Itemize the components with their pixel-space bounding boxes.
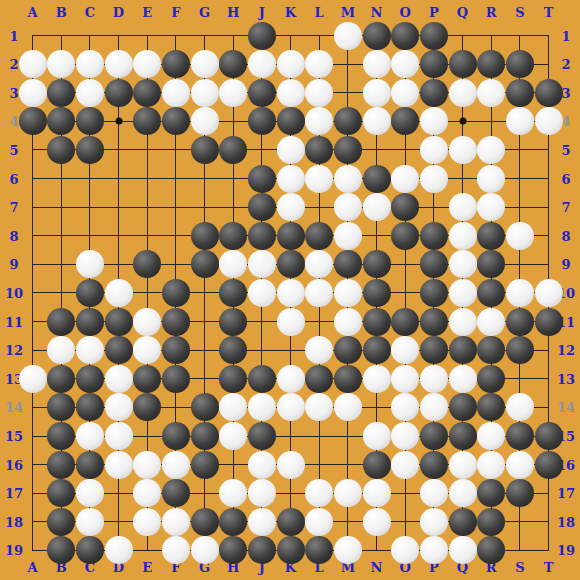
stone-black-J4[interactable] bbox=[248, 107, 276, 135]
stone-black-B18[interactable] bbox=[47, 508, 75, 536]
stone-white-O6[interactable] bbox=[391, 165, 419, 193]
stone-black-J3[interactable] bbox=[248, 79, 276, 107]
stone-white-M17[interactable] bbox=[334, 479, 362, 507]
stone-black-R10[interactable] bbox=[477, 279, 505, 307]
stone-black-O4[interactable] bbox=[391, 107, 419, 135]
stone-white-Q7[interactable] bbox=[449, 193, 477, 221]
stone-black-L5[interactable] bbox=[305, 136, 333, 164]
stone-black-K8[interactable] bbox=[277, 222, 305, 250]
stone-white-L17[interactable] bbox=[305, 479, 333, 507]
stone-white-C17[interactable] bbox=[76, 479, 104, 507]
stone-white-M19[interactable] bbox=[334, 536, 362, 564]
stone-black-P2[interactable] bbox=[420, 50, 448, 78]
stone-white-H9[interactable] bbox=[219, 250, 247, 278]
stone-white-Q17[interactable] bbox=[449, 479, 477, 507]
stone-black-P15[interactable] bbox=[420, 422, 448, 450]
column-label-top: P bbox=[429, 5, 439, 20]
stone-black-E13[interactable] bbox=[133, 365, 161, 393]
stone-black-B5[interactable] bbox=[47, 136, 75, 164]
stone-black-G8[interactable] bbox=[191, 222, 219, 250]
row-label-left: 10 bbox=[5, 285, 23, 300]
row-label-left: 12 bbox=[5, 343, 23, 358]
stone-black-M9[interactable] bbox=[334, 250, 362, 278]
stone-black-R19[interactable] bbox=[477, 536, 505, 564]
stone-black-H12[interactable] bbox=[219, 336, 247, 364]
star-point bbox=[459, 118, 466, 125]
stone-black-K19[interactable] bbox=[277, 536, 305, 564]
stone-white-D16[interactable] bbox=[105, 451, 133, 479]
column-label-top: M bbox=[341, 5, 355, 20]
stone-black-S12[interactable] bbox=[506, 336, 534, 364]
stone-white-M8[interactable] bbox=[334, 222, 362, 250]
stone-black-R9[interactable] bbox=[477, 250, 505, 278]
stone-black-B17[interactable] bbox=[47, 479, 75, 507]
stone-black-T16[interactable] bbox=[535, 451, 563, 479]
stone-black-F17[interactable] bbox=[162, 479, 190, 507]
stone-white-N2[interactable] bbox=[363, 50, 391, 78]
stone-black-B19[interactable] bbox=[47, 536, 75, 564]
stone-white-D14[interactable] bbox=[105, 393, 133, 421]
stone-white-G3[interactable] bbox=[191, 79, 219, 107]
row-label-left: 19 bbox=[5, 543, 23, 558]
stone-white-K3[interactable] bbox=[277, 79, 305, 107]
row-label-left: 8 bbox=[9, 228, 18, 243]
stone-white-O12[interactable] bbox=[391, 336, 419, 364]
stone-black-R12[interactable] bbox=[477, 336, 505, 364]
stone-black-N1[interactable] bbox=[363, 22, 391, 50]
stone-white-E16[interactable] bbox=[133, 451, 161, 479]
column-label-top: F bbox=[171, 5, 180, 20]
stone-white-E18[interactable] bbox=[133, 508, 161, 536]
stone-black-C10[interactable] bbox=[76, 279, 104, 307]
column-label-top: A bbox=[27, 5, 37, 20]
stone-black-Q12[interactable] bbox=[449, 336, 477, 364]
stone-white-E12[interactable] bbox=[133, 336, 161, 364]
row-label-left: 15 bbox=[5, 429, 23, 444]
row-label-right: 8 bbox=[561, 228, 570, 243]
stone-black-M5[interactable] bbox=[334, 136, 362, 164]
stone-black-C16[interactable] bbox=[76, 451, 104, 479]
stone-white-O13[interactable] bbox=[391, 365, 419, 393]
stone-white-D10[interactable] bbox=[105, 279, 133, 307]
stone-black-E3[interactable] bbox=[133, 79, 161, 107]
stone-white-P19[interactable] bbox=[420, 536, 448, 564]
stone-white-K2[interactable] bbox=[277, 50, 305, 78]
column-label-top: K bbox=[285, 5, 296, 20]
stone-black-M13[interactable] bbox=[334, 365, 362, 393]
stone-black-R14[interactable] bbox=[477, 393, 505, 421]
stone-black-R13[interactable] bbox=[477, 365, 505, 393]
stone-white-O3[interactable] bbox=[391, 79, 419, 107]
stone-black-O8[interactable] bbox=[391, 222, 419, 250]
row-label-left: 14 bbox=[5, 400, 23, 415]
stone-white-K13[interactable] bbox=[277, 365, 305, 393]
column-label-top: R bbox=[486, 5, 497, 20]
row-label-left: 5 bbox=[9, 142, 18, 157]
stone-black-H2[interactable] bbox=[219, 50, 247, 78]
stone-black-R8[interactable] bbox=[477, 222, 505, 250]
stone-white-J17[interactable] bbox=[248, 479, 276, 507]
row-label-right: 14 bbox=[557, 400, 575, 415]
stone-black-P9[interactable] bbox=[420, 250, 448, 278]
stone-black-H5[interactable] bbox=[219, 136, 247, 164]
column-label-top: S bbox=[515, 5, 524, 20]
stone-white-K16[interactable] bbox=[277, 451, 305, 479]
stone-black-M12[interactable] bbox=[334, 336, 362, 364]
stone-white-O19[interactable] bbox=[391, 536, 419, 564]
row-label-right: 12 bbox=[557, 343, 575, 358]
stone-white-C12[interactable] bbox=[76, 336, 104, 364]
stone-black-R18[interactable] bbox=[477, 508, 505, 536]
stone-white-A3[interactable] bbox=[19, 79, 47, 107]
stone-black-F13[interactable] bbox=[162, 365, 190, 393]
row-label-right: 4 bbox=[561, 114, 570, 129]
stone-white-E11[interactable] bbox=[133, 308, 161, 336]
column-label-top: Q bbox=[457, 5, 468, 20]
stone-black-C19[interactable] bbox=[76, 536, 104, 564]
stone-white-P5[interactable] bbox=[420, 136, 448, 164]
stone-white-P4[interactable] bbox=[420, 107, 448, 135]
stone-black-B14[interactable] bbox=[47, 393, 75, 421]
stone-black-J7[interactable] bbox=[248, 193, 276, 221]
stone-black-J15[interactable] bbox=[248, 422, 276, 450]
stone-white-M6[interactable] bbox=[334, 165, 362, 193]
stone-white-N7[interactable] bbox=[363, 193, 391, 221]
stone-black-H19[interactable] bbox=[219, 536, 247, 564]
column-label-top: N bbox=[371, 5, 383, 20]
stone-black-B11[interactable] bbox=[47, 308, 75, 336]
row-label-left: 9 bbox=[9, 257, 18, 272]
stone-white-G19[interactable] bbox=[191, 536, 219, 564]
stone-black-C14[interactable] bbox=[76, 393, 104, 421]
row-label-right: 5 bbox=[561, 142, 570, 157]
stone-white-R6[interactable] bbox=[477, 165, 505, 193]
stone-white-K7[interactable] bbox=[277, 193, 305, 221]
stone-black-M4[interactable] bbox=[334, 107, 362, 135]
stone-white-C2[interactable] bbox=[76, 50, 104, 78]
stone-white-H14[interactable] bbox=[219, 393, 247, 421]
stone-black-H11[interactable] bbox=[219, 308, 247, 336]
stone-black-P11[interactable] bbox=[420, 308, 448, 336]
stone-white-S8[interactable] bbox=[506, 222, 534, 250]
stone-black-P1[interactable] bbox=[420, 22, 448, 50]
column-label-top: G bbox=[199, 5, 210, 20]
stone-white-Q8[interactable] bbox=[449, 222, 477, 250]
stone-white-C15[interactable] bbox=[76, 422, 104, 450]
stone-black-J19[interactable] bbox=[248, 536, 276, 564]
go-board[interactable]: AABBCCDDEEFFGGHHJJKKLLMMNNOOPPQQRRSSTT11… bbox=[0, 0, 580, 580]
row-label-right: 18 bbox=[557, 514, 575, 529]
stone-white-J18[interactable] bbox=[248, 508, 276, 536]
row-label-left: 3 bbox=[9, 85, 18, 100]
stone-black-N10[interactable] bbox=[363, 279, 391, 307]
stone-black-S15[interactable] bbox=[506, 422, 534, 450]
row-label-right: 9 bbox=[561, 257, 570, 272]
stone-black-D3[interactable] bbox=[105, 79, 133, 107]
stone-black-P12[interactable] bbox=[420, 336, 448, 364]
stone-white-O15[interactable] bbox=[391, 422, 419, 450]
stone-black-C13[interactable] bbox=[76, 365, 104, 393]
stone-black-K4[interactable] bbox=[277, 107, 305, 135]
row-label-left: 7 bbox=[9, 200, 18, 215]
stone-black-S11[interactable] bbox=[506, 308, 534, 336]
stone-white-F19[interactable] bbox=[162, 536, 190, 564]
stone-white-L4[interactable] bbox=[305, 107, 333, 135]
stone-white-K10[interactable] bbox=[277, 279, 305, 307]
row-label-left: 17 bbox=[5, 486, 23, 501]
stone-black-G14[interactable] bbox=[191, 393, 219, 421]
stone-white-N3[interactable] bbox=[363, 79, 391, 107]
stone-black-L19[interactable] bbox=[305, 536, 333, 564]
stone-white-L12[interactable] bbox=[305, 336, 333, 364]
stone-black-F4[interactable] bbox=[162, 107, 190, 135]
stone-black-Q2[interactable] bbox=[449, 50, 477, 78]
stone-white-P17[interactable] bbox=[420, 479, 448, 507]
stone-black-P10[interactable] bbox=[420, 279, 448, 307]
stone-white-F18[interactable] bbox=[162, 508, 190, 536]
stone-white-D13[interactable] bbox=[105, 365, 133, 393]
stone-white-L9[interactable] bbox=[305, 250, 333, 278]
column-label-bottom: T bbox=[544, 560, 554, 575]
stone-white-G2[interactable] bbox=[191, 50, 219, 78]
stone-white-Q9[interactable] bbox=[449, 250, 477, 278]
row-label-left: 4 bbox=[9, 114, 18, 129]
row-label-left: 16 bbox=[5, 457, 23, 472]
stone-white-M10[interactable] bbox=[334, 279, 362, 307]
stone-white-R16[interactable] bbox=[477, 451, 505, 479]
stone-black-H18[interactable] bbox=[219, 508, 247, 536]
stone-white-R3[interactable] bbox=[477, 79, 505, 107]
stone-white-L18[interactable] bbox=[305, 508, 333, 536]
stone-black-G16[interactable] bbox=[191, 451, 219, 479]
stone-white-J10[interactable] bbox=[248, 279, 276, 307]
row-label-right: 17 bbox=[557, 486, 575, 501]
stone-white-Q5[interactable] bbox=[449, 136, 477, 164]
stone-white-G4[interactable] bbox=[191, 107, 219, 135]
stone-black-B13[interactable] bbox=[47, 365, 75, 393]
stone-white-B2[interactable] bbox=[47, 50, 75, 78]
stone-black-O11[interactable] bbox=[391, 308, 419, 336]
stone-black-L13[interactable] bbox=[305, 365, 333, 393]
stone-white-T4[interactable] bbox=[535, 107, 563, 135]
stone-black-H8[interactable] bbox=[219, 222, 247, 250]
stone-white-N17[interactable] bbox=[363, 479, 391, 507]
stone-white-N15[interactable] bbox=[363, 422, 391, 450]
stone-black-P8[interactable] bbox=[420, 222, 448, 250]
stone-black-B4[interactable] bbox=[47, 107, 75, 135]
stone-white-K11[interactable] bbox=[277, 308, 305, 336]
stone-white-M7[interactable] bbox=[334, 193, 362, 221]
stone-white-H3[interactable] bbox=[219, 79, 247, 107]
stone-black-R17[interactable] bbox=[477, 479, 505, 507]
stone-white-Q16[interactable] bbox=[449, 451, 477, 479]
stone-white-A2[interactable] bbox=[19, 50, 47, 78]
stone-white-C9[interactable] bbox=[76, 250, 104, 278]
stone-black-B3[interactable] bbox=[47, 79, 75, 107]
stone-black-O1[interactable] bbox=[391, 22, 419, 50]
row-label-right: 13 bbox=[557, 371, 575, 386]
row-label-left: 11 bbox=[5, 314, 23, 329]
stone-white-M1[interactable] bbox=[334, 22, 362, 50]
stone-black-E9[interactable] bbox=[133, 250, 161, 278]
stone-white-K6[interactable] bbox=[277, 165, 305, 193]
stone-white-Q10[interactable] bbox=[449, 279, 477, 307]
stone-white-R11[interactable] bbox=[477, 308, 505, 336]
stone-white-H15[interactable] bbox=[219, 422, 247, 450]
column-label-top: O bbox=[399, 5, 410, 20]
stone-black-F11[interactable] bbox=[162, 308, 190, 336]
stone-white-H17[interactable] bbox=[219, 479, 247, 507]
stone-white-D15[interactable] bbox=[105, 422, 133, 450]
row-label-right: 6 bbox=[561, 171, 570, 186]
row-label-right: 2 bbox=[561, 57, 570, 72]
stone-black-J8[interactable] bbox=[248, 222, 276, 250]
stone-black-R2[interactable] bbox=[477, 50, 505, 78]
row-label-left: 1 bbox=[9, 28, 18, 43]
stone-black-P3[interactable] bbox=[420, 79, 448, 107]
stone-white-R7[interactable] bbox=[477, 193, 505, 221]
stone-white-Q19[interactable] bbox=[449, 536, 477, 564]
stone-black-H10[interactable] bbox=[219, 279, 247, 307]
stone-white-Q11[interactable] bbox=[449, 308, 477, 336]
stone-black-D12[interactable] bbox=[105, 336, 133, 364]
stone-white-L14[interactable] bbox=[305, 393, 333, 421]
stone-white-N13[interactable] bbox=[363, 365, 391, 393]
stone-black-T11[interactable] bbox=[535, 308, 563, 336]
stone-white-O2[interactable] bbox=[391, 50, 419, 78]
stone-white-E17[interactable] bbox=[133, 479, 161, 507]
stone-black-J1[interactable] bbox=[248, 22, 276, 50]
stone-black-Q15[interactable] bbox=[449, 422, 477, 450]
column-label-top: B bbox=[56, 5, 67, 20]
stone-white-F3[interactable] bbox=[162, 79, 190, 107]
stone-black-T15[interactable] bbox=[535, 422, 563, 450]
stone-white-Q13[interactable] bbox=[449, 365, 477, 393]
stone-white-M11[interactable] bbox=[334, 308, 362, 336]
column-label-top: H bbox=[227, 5, 239, 20]
stone-black-K18[interactable] bbox=[277, 508, 305, 536]
stone-white-J9[interactable] bbox=[248, 250, 276, 278]
row-label-left: 18 bbox=[5, 514, 23, 529]
stone-black-J6[interactable] bbox=[248, 165, 276, 193]
stone-black-G9[interactable] bbox=[191, 250, 219, 278]
stone-black-K9[interactable] bbox=[277, 250, 305, 278]
stone-black-S17[interactable] bbox=[506, 479, 534, 507]
stone-black-G15[interactable] bbox=[191, 422, 219, 450]
stone-black-A4[interactable] bbox=[19, 107, 47, 135]
stone-black-N12[interactable] bbox=[363, 336, 391, 364]
stone-black-S3[interactable] bbox=[506, 79, 534, 107]
stone-white-O14[interactable] bbox=[391, 393, 419, 421]
stone-white-M14[interactable] bbox=[334, 393, 362, 421]
stone-black-F12[interactable] bbox=[162, 336, 190, 364]
stone-black-B16[interactable] bbox=[47, 451, 75, 479]
stone-black-H13[interactable] bbox=[219, 365, 247, 393]
stone-black-N11[interactable] bbox=[363, 308, 391, 336]
column-label-bottom: N bbox=[371, 560, 383, 575]
stone-black-P16[interactable] bbox=[420, 451, 448, 479]
stone-white-P6[interactable] bbox=[420, 165, 448, 193]
stone-white-D19[interactable] bbox=[105, 536, 133, 564]
stone-white-B12[interactable] bbox=[47, 336, 75, 364]
stone-black-E4[interactable] bbox=[133, 107, 161, 135]
stone-black-F15[interactable] bbox=[162, 422, 190, 450]
stone-white-R5[interactable] bbox=[477, 136, 505, 164]
stone-black-O7[interactable] bbox=[391, 193, 419, 221]
stone-white-O16[interactable] bbox=[391, 451, 419, 479]
stone-white-L2[interactable] bbox=[305, 50, 333, 78]
stone-black-N6[interactable] bbox=[363, 165, 391, 193]
stone-white-F16[interactable] bbox=[162, 451, 190, 479]
stone-white-N4[interactable] bbox=[363, 107, 391, 135]
column-label-top: C bbox=[85, 5, 95, 20]
stone-white-C3[interactable] bbox=[76, 79, 104, 107]
stone-black-E14[interactable] bbox=[133, 393, 161, 421]
stone-white-Q3[interactable] bbox=[449, 79, 477, 107]
stone-black-F2[interactable] bbox=[162, 50, 190, 78]
row-label-right: 19 bbox=[557, 543, 575, 558]
stone-white-K5[interactable] bbox=[277, 136, 305, 164]
stone-white-E2[interactable] bbox=[133, 50, 161, 78]
stone-white-J16[interactable] bbox=[248, 451, 276, 479]
stone-white-K14[interactable] bbox=[277, 393, 305, 421]
stone-white-A13[interactable] bbox=[19, 365, 47, 393]
stone-white-S14[interactable] bbox=[506, 393, 534, 421]
stone-white-S16[interactable] bbox=[506, 451, 534, 479]
stone-black-Q14[interactable] bbox=[449, 393, 477, 421]
stone-white-T10[interactable] bbox=[535, 279, 563, 307]
column-label-bottom: E bbox=[142, 560, 152, 575]
stone-black-G18[interactable] bbox=[191, 508, 219, 536]
stone-black-G5[interactable] bbox=[191, 136, 219, 164]
stone-black-S2[interactable] bbox=[506, 50, 534, 78]
stone-black-J13[interactable] bbox=[248, 365, 276, 393]
stone-white-R15[interactable] bbox=[477, 422, 505, 450]
column-label-bottom: A bbox=[27, 560, 37, 575]
column-label-top: J bbox=[259, 5, 265, 20]
stone-white-N18[interactable] bbox=[363, 508, 391, 536]
stone-white-P14[interactable] bbox=[420, 393, 448, 421]
stone-white-J14[interactable] bbox=[248, 393, 276, 421]
column-label-top: E bbox=[142, 5, 152, 20]
stone-black-F10[interactable] bbox=[162, 279, 190, 307]
stone-black-L8[interactable] bbox=[305, 222, 333, 250]
column-label-top: D bbox=[113, 5, 124, 20]
stone-black-B15[interactable] bbox=[47, 422, 75, 450]
stone-black-T3[interactable] bbox=[535, 79, 563, 107]
stone-black-C5[interactable] bbox=[76, 136, 104, 164]
stone-black-D11[interactable] bbox=[105, 308, 133, 336]
stone-black-N9[interactable] bbox=[363, 250, 391, 278]
stone-white-S10[interactable] bbox=[506, 279, 534, 307]
stone-white-P13[interactable] bbox=[420, 365, 448, 393]
stone-black-Q18[interactable] bbox=[449, 508, 477, 536]
stone-white-C18[interactable] bbox=[76, 508, 104, 536]
stone-white-S4[interactable] bbox=[506, 107, 534, 135]
stone-white-L6[interactable] bbox=[305, 165, 333, 193]
stone-white-J2[interactable] bbox=[248, 50, 276, 78]
stone-black-N16[interactable] bbox=[363, 451, 391, 479]
stone-black-C4[interactable] bbox=[76, 107, 104, 135]
stone-white-D2[interactable] bbox=[105, 50, 133, 78]
stone-white-P18[interactable] bbox=[420, 508, 448, 536]
stone-white-L3[interactable] bbox=[305, 79, 333, 107]
stone-white-L10[interactable] bbox=[305, 279, 333, 307]
row-label-right: 1 bbox=[561, 28, 570, 43]
stone-black-C11[interactable] bbox=[76, 308, 104, 336]
row-label-left: 2 bbox=[9, 57, 18, 72]
star-point bbox=[115, 118, 122, 125]
